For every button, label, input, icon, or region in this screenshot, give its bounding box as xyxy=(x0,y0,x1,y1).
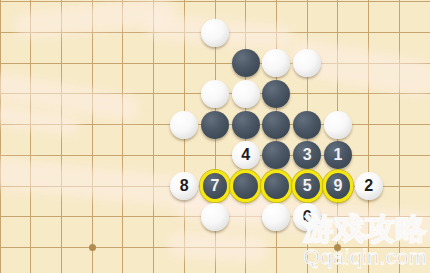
stone-move-number: 7 xyxy=(211,178,220,194)
board-intersection xyxy=(261,109,292,140)
stone-black xyxy=(232,49,260,77)
stone-white: 2 xyxy=(355,172,383,200)
stone-white xyxy=(201,203,229,231)
board-intersection: 6 xyxy=(292,201,323,232)
stone-black xyxy=(262,111,290,139)
board-intersection xyxy=(292,109,323,140)
stone-white xyxy=(324,111,352,139)
stone-white: 8 xyxy=(170,172,198,200)
board-intersection: 9 xyxy=(323,171,354,202)
board-intersection: 4 xyxy=(230,140,261,171)
board-intersection: 5 xyxy=(292,171,323,202)
stone-black-winning: 7 xyxy=(200,170,231,202)
board-intersection xyxy=(169,109,200,140)
stone-black: 3 xyxy=(293,141,321,169)
stone-move-number: 6 xyxy=(303,209,312,225)
board-intersection xyxy=(230,48,261,79)
stone-black xyxy=(232,111,260,139)
stone-white xyxy=(201,19,229,47)
board-intersection xyxy=(200,201,231,232)
stone-move-number: 9 xyxy=(333,178,342,194)
board-intersection: 1 xyxy=(323,140,354,171)
board-intersection xyxy=(230,171,261,202)
stone-black xyxy=(262,80,290,108)
stone-move-number: 8 xyxy=(180,178,189,194)
stone-black xyxy=(293,111,321,139)
stone-white xyxy=(201,80,229,108)
board-intersection xyxy=(261,140,292,171)
stone-move-number: 4 xyxy=(241,147,250,163)
board-intersection xyxy=(292,48,323,79)
board-intersection xyxy=(261,79,292,110)
stone-move-number: 3 xyxy=(303,147,312,163)
stone-black-winning: 9 xyxy=(323,170,354,202)
board-intersection: 3 xyxy=(292,140,323,171)
board-intersection: 2 xyxy=(353,171,384,202)
board-intersection xyxy=(200,79,231,110)
board-intersection xyxy=(230,79,261,110)
gomoku-board-screen: 431875926 游戏攻略 Qqaiqin.com xyxy=(0,0,430,273)
gomoku-board[interactable]: 431875926 xyxy=(0,0,430,263)
board-intersection xyxy=(261,48,292,79)
stone-white xyxy=(232,80,260,108)
board-intersection xyxy=(230,109,261,140)
stone-white xyxy=(170,111,198,139)
stone-move-number: 1 xyxy=(333,147,342,163)
board-intersection xyxy=(200,17,231,48)
stone-black xyxy=(262,141,290,169)
stone-move-number: 5 xyxy=(303,178,312,194)
board-intersection: 7 xyxy=(200,171,231,202)
stone-black-winning xyxy=(230,170,261,202)
board-intersection: 8 xyxy=(169,171,200,202)
board-intersection xyxy=(200,109,231,140)
stone-white xyxy=(293,49,321,77)
stone-black xyxy=(201,111,229,139)
stone-black-winning xyxy=(261,170,292,202)
board-intersection xyxy=(323,109,354,140)
stone-white xyxy=(262,49,290,77)
stone-white: 6 xyxy=(293,203,321,231)
stone-white xyxy=(262,203,290,231)
board-intersection xyxy=(261,171,292,202)
stone-move-number: 2 xyxy=(364,178,373,194)
stone-black: 1 xyxy=(324,141,352,169)
board-intersection xyxy=(261,201,292,232)
stone-white: 4 xyxy=(232,141,260,169)
stone-black-winning: 5 xyxy=(292,170,323,202)
